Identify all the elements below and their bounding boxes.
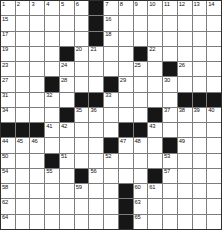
cell-r9c4[interactable]: 41 — [45, 123, 59, 137]
cell-r14c7[interactable] — [89, 199, 103, 213]
cell-r1c6[interactable]: 6 — [75, 1, 89, 15]
cell-r3c8[interactable]: 18 — [104, 32, 118, 46]
cell-r1c2[interactable]: 2 — [16, 1, 30, 15]
clue-number-6: 6 — [76, 2, 79, 8]
cell-r11c1[interactable]: 50 — [1, 154, 15, 168]
clue-number-2: 2 — [17, 2, 20, 8]
clue-number-41: 41 — [46, 124, 52, 130]
cell-r4c1[interactable]: 19 — [1, 47, 15, 61]
block-r4c10 — [134, 47, 148, 61]
clue-number-58: 58 — [2, 185, 8, 191]
clue-number-45: 45 — [17, 139, 23, 145]
cell-r9c8[interactable] — [104, 123, 118, 137]
block-r10c8 — [104, 138, 118, 152]
clue-number-30: 30 — [164, 78, 170, 84]
clue-number-18: 18 — [105, 32, 111, 38]
cell-r12c8[interactable] — [104, 169, 118, 183]
cell-r3c15[interactable] — [207, 32, 221, 46]
block-r9c9 — [119, 123, 133, 137]
cell-r4c13[interactable] — [178, 47, 192, 61]
cell-r2c2[interactable] — [16, 16, 30, 30]
cell-r7c11[interactable] — [148, 93, 162, 107]
cell-r9c15[interactable] — [207, 123, 221, 137]
clue-number-29: 29 — [120, 78, 126, 84]
cell-r2c11[interactable] — [148, 16, 162, 30]
cell-r11c10[interactable] — [134, 154, 148, 168]
clue-number-17: 17 — [2, 32, 8, 38]
cell-r4c12[interactable] — [163, 47, 177, 61]
clue-number-11: 11 — [164, 2, 170, 8]
cell-r15c6[interactable] — [75, 215, 89, 229]
block-r12c6 — [75, 169, 89, 183]
cell-r3c2[interactable] — [16, 32, 30, 46]
cell-r8c13[interactable]: 38 — [178, 108, 192, 122]
cell-r1c13[interactable]: 12 — [178, 1, 192, 15]
clue-number-56: 56 — [90, 169, 96, 175]
cell-r3c9[interactable] — [119, 32, 133, 46]
clue-number-31: 31 — [2, 93, 8, 99]
cell-r14c11[interactable] — [148, 199, 162, 213]
clue-number-12: 12 — [179, 2, 185, 8]
cell-r9c13[interactable] — [178, 123, 192, 137]
cell-r2c15[interactable] — [207, 16, 221, 30]
cell-r2c8[interactable]: 16 — [104, 16, 118, 30]
cell-r8c9[interactable] — [119, 108, 133, 122]
cell-r11c11[interactable] — [148, 154, 162, 168]
clue-number-25: 25 — [135, 63, 141, 69]
clue-number-23: 23 — [2, 63, 8, 69]
cell-r6c15[interactable] — [207, 77, 221, 91]
cell-r5c2[interactable] — [16, 62, 30, 76]
cell-r11c15[interactable] — [207, 154, 221, 168]
cell-r8c6[interactable]: 35 — [75, 108, 89, 122]
cell-r4c11[interactable]: 22 — [148, 47, 162, 61]
cell-r9c14[interactable] — [193, 123, 207, 137]
cell-r7c8[interactable]: 33 — [104, 93, 118, 107]
cell-r1c11[interactable]: 10 — [148, 1, 162, 15]
cell-r14c10[interactable]: 63 — [134, 199, 148, 213]
cell-r3c4[interactable] — [45, 32, 59, 46]
cell-r11c3[interactable] — [30, 154, 44, 168]
block-r6c4 — [45, 77, 59, 91]
clue-number-54: 54 — [2, 169, 8, 175]
clue-number-5: 5 — [61, 2, 64, 8]
cell-r4c8[interactable] — [104, 47, 118, 61]
cell-r5c13[interactable]: 26 — [178, 62, 192, 76]
cell-r7c2[interactable] — [16, 93, 30, 107]
cell-r4c7[interactable]: 21 — [89, 47, 103, 61]
block-r9c3 — [30, 123, 44, 137]
cell-r6c10[interactable] — [134, 77, 148, 91]
cell-r10c3[interactable]: 46 — [30, 138, 44, 152]
cell-r13c6[interactable]: 59 — [75, 184, 89, 198]
cell-r10c1[interactable]: 44 — [1, 138, 15, 152]
cell-r15c11[interactable] — [148, 215, 162, 229]
cell-r14c6[interactable] — [75, 199, 89, 213]
clue-number-52: 52 — [105, 154, 111, 160]
cell-r9c12[interactable] — [163, 123, 177, 137]
cell-r10c4[interactable] — [45, 138, 59, 152]
cell-r14c13[interactable] — [178, 199, 192, 213]
cell-r7c5[interactable] — [60, 93, 74, 107]
cell-r5c4[interactable] — [45, 62, 59, 76]
block-r7c6 — [75, 93, 89, 107]
clue-number-39: 39 — [194, 108, 200, 114]
cell-r6c6[interactable] — [75, 77, 89, 91]
block-r8c5 — [60, 108, 74, 122]
cell-r13c7[interactable] — [89, 184, 103, 198]
cell-r14c2[interactable] — [16, 199, 30, 213]
cell-r6c7[interactable] — [89, 77, 103, 91]
cell-r13c14[interactable] — [193, 184, 207, 198]
cell-r8c10[interactable] — [134, 108, 148, 122]
cell-r13c12[interactable] — [163, 184, 177, 198]
clue-number-48: 48 — [135, 139, 141, 145]
cell-r1c4[interactable]: 4 — [45, 1, 59, 15]
cell-r6c9[interactable]: 29 — [119, 77, 133, 91]
crossword-grid: 1234567891011121314151617181920212223242… — [0, 0, 222, 230]
cell-r2c4[interactable] — [45, 16, 59, 30]
clue-number-47: 47 — [120, 139, 126, 145]
cell-r12c10[interactable] — [134, 169, 148, 183]
cell-r15c8[interactable] — [104, 215, 118, 229]
block-r9c10 — [134, 123, 148, 137]
clue-number-16: 16 — [105, 17, 111, 23]
cell-r13c13[interactable] — [178, 184, 192, 198]
cell-r7c4[interactable]: 32 — [45, 93, 59, 107]
block-r10c12 — [163, 138, 177, 152]
cell-r8c3[interactable] — [30, 108, 44, 122]
clue-number-7: 7 — [105, 2, 108, 8]
cell-r5c6[interactable] — [75, 62, 89, 76]
cell-r12c13[interactable] — [178, 169, 192, 183]
cell-r11c14[interactable] — [193, 154, 207, 168]
cell-r15c15[interactable] — [207, 215, 221, 229]
cell-r2c13[interactable] — [178, 16, 192, 30]
clue-number-43: 43 — [149, 124, 155, 130]
cell-r3c11[interactable] — [148, 32, 162, 46]
clue-number-44: 44 — [2, 139, 8, 145]
clue-number-32: 32 — [46, 93, 52, 99]
clue-number-27: 27 — [2, 78, 8, 84]
crossword-puzzle: 1234567891011121314151617181920212223242… — [0, 0, 222, 230]
cell-r9c7[interactable] — [89, 123, 103, 137]
cell-r5c1[interactable]: 23 — [1, 62, 15, 76]
cell-r4c4[interactable] — [45, 47, 59, 61]
cell-r12c7[interactable]: 56 — [89, 169, 103, 183]
clue-number-65: 65 — [135, 215, 141, 221]
block-r7c15 — [207, 93, 221, 107]
cell-r10c7[interactable] — [89, 138, 103, 152]
clue-number-53: 53 — [164, 154, 170, 160]
cell-r2c1[interactable]: 15 — [1, 16, 15, 30]
clue-number-40: 40 — [208, 108, 214, 114]
cell-r10c9[interactable]: 47 — [119, 138, 133, 152]
cell-r1c10[interactable]: 9 — [134, 1, 148, 15]
block-r6c8 — [104, 77, 118, 91]
block-r12c11 — [148, 169, 162, 183]
block-r4c5 — [60, 47, 74, 61]
clue-number-20: 20 — [76, 47, 82, 53]
cell-r7c12[interactable] — [163, 93, 177, 107]
cell-r5c7[interactable] — [89, 62, 103, 76]
clue-number-61: 61 — [149, 185, 155, 191]
cell-r5c14[interactable] — [193, 62, 207, 76]
clue-number-4: 4 — [46, 2, 49, 8]
cell-r15c5[interactable] — [60, 215, 74, 229]
cell-r1c3[interactable]: 3 — [30, 1, 44, 15]
cell-r1c1[interactable]: 1 — [1, 1, 15, 15]
cell-r13c1[interactable]: 58 — [1, 184, 15, 198]
cell-r5c15[interactable] — [207, 62, 221, 76]
cell-r12c15[interactable] — [207, 169, 221, 183]
clue-number-28: 28 — [61, 78, 67, 84]
cell-r14c14[interactable] — [193, 199, 207, 213]
clue-number-38: 38 — [179, 108, 185, 114]
cell-r2c9[interactable] — [119, 16, 133, 30]
block-r9c2 — [16, 123, 30, 137]
cell-r6c1[interactable]: 27 — [1, 77, 15, 91]
cell-r7c9[interactable] — [119, 93, 133, 107]
cell-r2c10[interactable] — [134, 16, 148, 30]
clue-number-64: 64 — [2, 215, 8, 221]
cell-r15c2[interactable] — [16, 215, 30, 229]
cell-r3c10[interactable] — [134, 32, 148, 46]
cell-r13c5[interactable] — [60, 184, 74, 198]
cell-r14c4[interactable] — [45, 199, 59, 213]
clue-number-8: 8 — [120, 2, 123, 8]
cell-r6c12[interactable]: 30 — [163, 77, 177, 91]
cell-r4c6[interactable]: 20 — [75, 47, 89, 61]
cell-r9c5[interactable]: 42 — [60, 123, 74, 137]
cell-r10c11[interactable] — [148, 138, 162, 152]
clue-number-34: 34 — [2, 108, 8, 114]
cell-r6c11[interactable] — [148, 77, 162, 91]
block-r13c9 — [119, 184, 133, 198]
clue-number-33: 33 — [105, 93, 111, 99]
cell-r12c3[interactable] — [30, 169, 44, 183]
clue-number-14: 14 — [208, 2, 214, 8]
cell-r7c1[interactable]: 31 — [1, 93, 15, 107]
cell-r5c3[interactable] — [30, 62, 44, 76]
cell-r6c2[interactable] — [16, 77, 30, 91]
clue-number-22: 22 — [149, 47, 155, 53]
cell-r9c11[interactable]: 43 — [148, 123, 162, 137]
cell-r10c6[interactable] — [75, 138, 89, 152]
clue-number-42: 42 — [61, 124, 67, 130]
cell-r2c3[interactable] — [30, 16, 44, 30]
cell-r1c8[interactable]: 7 — [104, 1, 118, 15]
cell-r15c7[interactable] — [89, 215, 103, 229]
clue-number-1: 1 — [2, 2, 5, 8]
clue-number-51: 51 — [61, 154, 67, 160]
cell-r4c2[interactable] — [16, 47, 30, 61]
clue-number-57: 57 — [164, 169, 170, 175]
cell-r5c9[interactable] — [119, 62, 133, 76]
cell-r12c4[interactable]: 55 — [45, 169, 59, 183]
cell-r11c8[interactable]: 52 — [104, 154, 118, 168]
clue-number-15: 15 — [2, 17, 8, 23]
cell-r13c8[interactable] — [104, 184, 118, 198]
cell-r15c13[interactable] — [178, 215, 192, 229]
cell-r1c12[interactable]: 11 — [163, 1, 177, 15]
cell-r12c14[interactable] — [193, 169, 207, 183]
cell-r11c13[interactable] — [178, 154, 192, 168]
block-r2c7 — [89, 16, 103, 30]
clue-number-21: 21 — [90, 47, 96, 53]
cell-r14c15[interactable] — [207, 199, 221, 213]
block-r15c9 — [119, 215, 133, 229]
cell-r8c12[interactable]: 37 — [163, 108, 177, 122]
cell-r15c12[interactable] — [163, 215, 177, 229]
clue-number-63: 63 — [135, 200, 141, 206]
cell-r15c10[interactable]: 65 — [134, 215, 148, 229]
cell-r2c5[interactable] — [60, 16, 74, 30]
clue-number-37: 37 — [164, 108, 170, 114]
cell-r15c1[interactable]: 64 — [1, 215, 15, 229]
cell-r15c14[interactable] — [193, 215, 207, 229]
cell-r8c1[interactable]: 34 — [1, 108, 15, 122]
cell-r5c5[interactable]: 24 — [60, 62, 74, 76]
cell-r11c7[interactable] — [89, 154, 103, 168]
clue-number-24: 24 — [61, 63, 67, 69]
cell-r11c12[interactable]: 53 — [163, 154, 177, 168]
block-r7c7 — [89, 93, 103, 107]
cell-r9c6[interactable] — [75, 123, 89, 137]
clue-number-35: 35 — [76, 108, 82, 114]
clue-number-36: 36 — [90, 108, 96, 114]
cell-r11c2[interactable] — [16, 154, 30, 168]
clue-number-55: 55 — [46, 169, 52, 175]
cell-r11c5[interactable]: 51 — [60, 154, 74, 168]
clue-number-26: 26 — [179, 63, 185, 69]
cell-r11c9[interactable] — [119, 154, 133, 168]
cell-r13c3[interactable] — [30, 184, 44, 198]
block-r11c4 — [45, 154, 59, 168]
clue-number-13: 13 — [194, 2, 200, 8]
cell-r14c3[interactable] — [30, 199, 44, 213]
cell-r3c3[interactable] — [30, 32, 44, 46]
cell-r7c3[interactable] — [30, 93, 44, 107]
cell-r3c1[interactable]: 17 — [1, 32, 15, 46]
clue-number-46: 46 — [31, 139, 37, 145]
cell-r13c10[interactable]: 60 — [134, 184, 148, 198]
clue-number-10: 10 — [149, 2, 155, 8]
block-r5c12 — [163, 62, 177, 76]
cell-r10c2[interactable]: 45 — [16, 138, 30, 152]
block-r9c1 — [1, 123, 15, 137]
block-r1c7 — [89, 1, 103, 15]
clue-number-50: 50 — [2, 154, 8, 160]
cell-r1c15[interactable]: 14 — [207, 1, 221, 15]
cell-r12c9[interactable] — [119, 169, 133, 183]
cell-r10c14[interactable] — [193, 138, 207, 152]
cell-r3c14[interactable] — [193, 32, 207, 46]
cell-r14c8[interactable] — [104, 199, 118, 213]
cell-r12c12[interactable]: 57 — [163, 169, 177, 183]
clue-number-60: 60 — [135, 185, 141, 191]
cell-r12c1[interactable]: 54 — [1, 169, 15, 183]
block-r8c11 — [148, 108, 162, 122]
cell-r5c8[interactable] — [104, 62, 118, 76]
cell-r2c6[interactable] — [75, 16, 89, 30]
cell-r13c2[interactable] — [16, 184, 30, 198]
cell-r12c5[interactable] — [60, 169, 74, 183]
clue-number-59: 59 — [76, 185, 82, 191]
cell-r6c14[interactable] — [193, 77, 207, 91]
cell-r14c1[interactable]: 62 — [1, 199, 15, 213]
block-r7c14 — [193, 93, 207, 107]
cell-r13c15[interactable] — [207, 184, 221, 198]
cell-r6c3[interactable] — [30, 77, 44, 91]
cell-r1c9[interactable]: 8 — [119, 1, 133, 15]
cell-r15c3[interactable] — [30, 215, 44, 229]
clue-number-9: 9 — [135, 2, 138, 8]
clue-number-3: 3 — [31, 2, 34, 8]
cell-r14c5[interactable] — [60, 199, 74, 213]
cell-r8c7[interactable]: 36 — [89, 108, 103, 122]
cell-r10c13[interactable]: 49 — [178, 138, 192, 152]
cell-r8c4[interactable] — [45, 108, 59, 122]
cell-r2c12[interactable] — [163, 16, 177, 30]
cell-r4c14[interactable] — [193, 47, 207, 61]
cell-r13c11[interactable]: 61 — [148, 184, 162, 198]
cell-r5c10[interactable]: 25 — [134, 62, 148, 76]
cell-r3c12[interactable] — [163, 32, 177, 46]
clue-number-49: 49 — [179, 139, 185, 145]
cell-r1c5[interactable]: 5 — [60, 1, 74, 15]
cell-r4c3[interactable] — [30, 47, 44, 61]
block-r3c7 — [89, 32, 103, 46]
cell-r8c2[interactable] — [16, 108, 30, 122]
cell-r8c15[interactable]: 40 — [207, 108, 221, 122]
cell-r3c5[interactable] — [60, 32, 74, 46]
cell-r1c14[interactable]: 13 — [193, 1, 207, 15]
cell-r10c5[interactable] — [60, 138, 74, 152]
cell-r14c12[interactable] — [163, 199, 177, 213]
cell-r6c13[interactable] — [178, 77, 192, 91]
cell-r3c13[interactable] — [178, 32, 192, 46]
cell-r12c2[interactable] — [16, 169, 30, 183]
cell-r8c8[interactable] — [104, 108, 118, 122]
block-r7c13 — [178, 93, 192, 107]
cell-r15c4[interactable] — [45, 215, 59, 229]
cell-r6c5[interactable]: 28 — [60, 77, 74, 91]
clue-number-19: 19 — [2, 47, 8, 53]
cell-r5c11[interactable] — [148, 62, 162, 76]
cell-r11c6[interactable] — [75, 154, 89, 168]
cell-r7c10[interactable] — [134, 93, 148, 107]
cell-r4c15[interactable] — [207, 47, 221, 61]
cell-r3c6[interactable] — [75, 32, 89, 46]
cell-r10c15[interactable] — [207, 138, 221, 152]
clue-number-62: 62 — [2, 200, 8, 206]
cell-r13c4[interactable] — [45, 184, 59, 198]
cell-r8c14[interactable]: 39 — [193, 108, 207, 122]
cell-r4c9[interactable] — [119, 47, 133, 61]
cell-r2c14[interactable] — [193, 16, 207, 30]
cell-r10c10[interactable]: 48 — [134, 138, 148, 152]
block-r14c9 — [119, 199, 133, 213]
